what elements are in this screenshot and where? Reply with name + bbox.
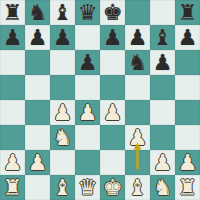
square-e3[interactable]	[100, 125, 125, 150]
square-g2[interactable]: ♟	[150, 150, 175, 175]
piece-black-bishop[interactable]: ♝	[150, 25, 175, 50]
square-c1[interactable]: ♝	[50, 175, 75, 200]
square-h4[interactable]	[175, 100, 200, 125]
piece-white-pawn[interactable]: ♟	[100, 100, 125, 125]
piece-white-knight[interactable]: ♞	[50, 125, 75, 150]
piece-black-pawn[interactable]: ♟	[125, 25, 150, 50]
square-f4[interactable]	[125, 100, 150, 125]
square-f7[interactable]: ♟	[125, 25, 150, 50]
square-g6[interactable]: ♟	[150, 50, 175, 75]
square-h5[interactable]	[175, 75, 200, 100]
square-e5[interactable]	[100, 75, 125, 100]
square-e2[interactable]	[100, 150, 125, 175]
square-e7[interactable]: ♟	[100, 25, 125, 50]
square-f3[interactable]: ♟	[125, 125, 150, 150]
square-a1[interactable]: ♜	[0, 175, 25, 200]
piece-white-pawn[interactable]: ♟	[0, 150, 25, 175]
piece-white-pawn[interactable]: ♟	[150, 150, 175, 175]
piece-black-queen[interactable]: ♛	[75, 0, 100, 25]
piece-black-pawn[interactable]: ♟	[75, 50, 100, 75]
square-a3[interactable]	[0, 125, 25, 150]
piece-black-rook[interactable]: ♜	[0, 0, 25, 25]
piece-white-knight[interactable]: ♞	[150, 175, 175, 200]
square-a6[interactable]	[0, 50, 25, 75]
square-b4[interactable]	[25, 100, 50, 125]
square-h2[interactable]: ♟	[175, 150, 200, 175]
square-f8[interactable]	[125, 0, 150, 25]
square-a5[interactable]	[0, 75, 25, 100]
square-b3[interactable]	[25, 125, 50, 150]
square-g4[interactable]	[150, 100, 175, 125]
square-d7[interactable]	[75, 25, 100, 50]
square-a4[interactable]	[0, 100, 25, 125]
piece-white-king[interactable]: ♚	[100, 175, 125, 200]
piece-black-pawn[interactable]: ♟	[25, 25, 50, 50]
piece-black-knight[interactable]: ♞	[25, 0, 50, 25]
square-g3[interactable]	[150, 125, 175, 150]
square-f1[interactable]: ♝	[125, 175, 150, 200]
square-e1[interactable]: ♚	[100, 175, 125, 200]
square-b5[interactable]	[25, 75, 50, 100]
piece-black-pawn[interactable]: ♟	[0, 25, 25, 50]
square-d2[interactable]	[75, 150, 100, 175]
square-e4[interactable]: ♟	[100, 100, 125, 125]
piece-white-bishop[interactable]: ♝	[50, 175, 75, 200]
piece-white-rook[interactable]: ♜	[0, 175, 25, 200]
piece-black-king[interactable]: ♚	[100, 0, 125, 25]
square-g1[interactable]: ♞	[150, 175, 175, 200]
square-d1[interactable]: ♛	[75, 175, 100, 200]
piece-black-pawn[interactable]: ♟	[150, 50, 175, 75]
piece-white-bishop[interactable]: ♝	[125, 175, 150, 200]
square-b6[interactable]	[25, 50, 50, 75]
square-h1[interactable]: ♜	[175, 175, 200, 200]
piece-black-pawn[interactable]: ♟	[100, 25, 125, 50]
square-h7[interactable]: ♟	[175, 25, 200, 50]
square-d4[interactable]: ♟	[75, 100, 100, 125]
square-h6[interactable]	[175, 50, 200, 75]
square-c7[interactable]: ♟	[50, 25, 75, 50]
square-a7[interactable]: ♟	[0, 25, 25, 50]
square-f2[interactable]	[125, 150, 150, 175]
square-d5[interactable]	[75, 75, 100, 100]
piece-black-pawn[interactable]: ♟	[175, 25, 200, 50]
square-b8[interactable]: ♞	[25, 0, 50, 25]
piece-black-knight[interactable]: ♞	[125, 50, 150, 75]
square-f6[interactable]: ♞	[125, 50, 150, 75]
piece-white-pawn[interactable]: ♟	[25, 150, 50, 175]
square-b2[interactable]: ♟	[25, 150, 50, 175]
piece-white-rook[interactable]: ♜	[175, 175, 200, 200]
square-g7[interactable]: ♝	[150, 25, 175, 50]
chess-board-wrapper: ♜♞♝♛♚♜♟♟♟♟♟♝♟♟♞♟♟♟♟♞♟♟♟♟♟♜♝♛♚♝♞♜	[0, 0, 200, 200]
square-a8[interactable]: ♜	[0, 0, 25, 25]
square-c2[interactable]	[50, 150, 75, 175]
piece-white-pawn[interactable]: ♟	[175, 150, 200, 175]
square-h3[interactable]	[175, 125, 200, 150]
square-c6[interactable]	[50, 50, 75, 75]
piece-white-queen[interactable]: ♛	[75, 175, 100, 200]
chess-board: ♜♞♝♛♚♜♟♟♟♟♟♝♟♟♞♟♟♟♟♞♟♟♟♟♟♜♝♛♚♝♞♜	[0, 0, 200, 200]
piece-white-pawn[interactable]: ♟	[75, 100, 100, 125]
square-c3[interactable]: ♞	[50, 125, 75, 150]
square-g8[interactable]	[150, 0, 175, 25]
square-c4[interactable]: ♟	[50, 100, 75, 125]
piece-black-bishop[interactable]: ♝	[50, 0, 75, 25]
square-a2[interactable]: ♟	[0, 150, 25, 175]
square-e6[interactable]	[100, 50, 125, 75]
square-d6[interactable]: ♟	[75, 50, 100, 75]
piece-black-rook[interactable]: ♜	[175, 0, 200, 25]
square-c8[interactable]: ♝	[50, 0, 75, 25]
piece-black-pawn[interactable]: ♟	[50, 25, 75, 50]
square-e8[interactable]: ♚	[100, 0, 125, 25]
square-d8[interactable]: ♛	[75, 0, 100, 25]
square-d3[interactable]	[75, 125, 100, 150]
square-g5[interactable]	[150, 75, 175, 100]
piece-white-pawn[interactable]: ♟	[50, 100, 75, 125]
square-b7[interactable]: ♟	[25, 25, 50, 50]
square-b1[interactable]	[25, 175, 50, 200]
square-c5[interactable]	[50, 75, 75, 100]
square-f5[interactable]	[125, 75, 150, 100]
piece-white-pawn[interactable]: ♟	[125, 125, 150, 150]
square-h8[interactable]: ♜	[175, 0, 200, 25]
